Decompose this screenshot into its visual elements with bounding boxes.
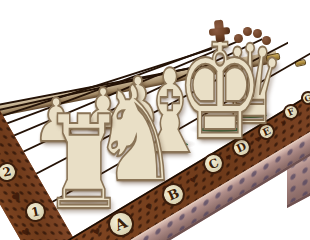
queen-crown-ball <box>253 29 262 38</box>
queen-crown-ball <box>262 36 271 45</box>
piece-white-rook-b3: ♜ <box>42 98 126 228</box>
chess-set-photo: ♥♥♥♥♥♥♥♥ABCDEFG12♟♟♟♛♝♚♞♜ <box>0 0 310 240</box>
queen-crown-ball <box>234 34 243 43</box>
queen-crown-ball <box>243 27 252 36</box>
